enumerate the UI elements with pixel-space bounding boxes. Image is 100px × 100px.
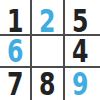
sudoku-cell-r2c0[interactable]: 7 bbox=[0, 68, 30, 100]
entered-digit: 9 bbox=[72, 72, 88, 96]
sudoku-cell-r2c1[interactable]: 8 bbox=[32, 68, 63, 100]
sudoku-cell-r0c0[interactable]: 1 bbox=[0, 0, 30, 34]
given-digit: 7 bbox=[7, 72, 23, 96]
given-digit: 4 bbox=[72, 39, 88, 63]
sudoku-cell-r0c1[interactable]: 2 bbox=[32, 0, 63, 34]
entered-digit: 2 bbox=[39, 9, 55, 33]
sudoku-cell-r1c1[interactable] bbox=[32, 36, 63, 66]
sudoku-board: 12564789 bbox=[0, 0, 100, 100]
given-digit: 1 bbox=[7, 9, 23, 33]
sudoku-cell-r1c2[interactable]: 4 bbox=[65, 36, 100, 66]
entered-digit: 6 bbox=[7, 39, 23, 63]
sudoku-cell-r2c2[interactable]: 9 bbox=[65, 68, 100, 100]
given-digit: 8 bbox=[39, 72, 55, 96]
sudoku-cell-r0c2[interactable]: 5 bbox=[65, 0, 100, 34]
sudoku-cell-r1c0[interactable]: 6 bbox=[0, 36, 30, 66]
given-digit: 5 bbox=[72, 9, 88, 33]
